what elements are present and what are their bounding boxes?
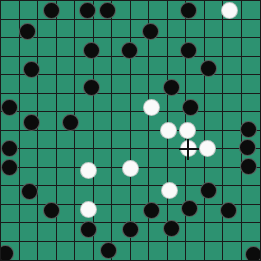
- black-stone: [240, 121, 257, 138]
- black-stone: [200, 182, 217, 199]
- black-stone: [163, 220, 180, 237]
- black-stone: [220, 202, 237, 219]
- black-stone: [1, 140, 18, 157]
- black-stone: [0, 245, 14, 261]
- black-stone: [83, 79, 100, 96]
- black-stone: [182, 99, 199, 116]
- black-stone: [122, 221, 139, 238]
- black-stone: [239, 139, 256, 156]
- white-stone: [122, 160, 139, 177]
- white-stone: [160, 122, 177, 139]
- black-stone: [143, 202, 160, 219]
- white-stone: [179, 122, 196, 139]
- black-stone: [1, 99, 18, 116]
- black-stone: [43, 2, 60, 19]
- white-stone: [161, 182, 178, 199]
- black-stone: [19, 23, 36, 40]
- white-stone-last-move: [180, 140, 197, 157]
- black-stone: [163, 79, 180, 96]
- black-stone: [79, 2, 96, 19]
- white-stone: [199, 140, 216, 157]
- black-stone: [1, 159, 18, 176]
- black-stone: [80, 221, 97, 238]
- black-stone: [121, 42, 138, 59]
- white-stone: [80, 201, 97, 218]
- stones-layer: [1, 1, 260, 260]
- game-board[interactable]: [0, 0, 261, 261]
- last-move-cross-icon: [179, 148, 200, 150]
- black-stone: [21, 183, 38, 200]
- black-stone: [23, 114, 40, 131]
- black-stone: [180, 42, 197, 59]
- white-stone: [143, 99, 160, 116]
- last-move-cross-icon: [187, 139, 189, 160]
- black-stone: [181, 200, 198, 217]
- black-stone: [99, 2, 116, 19]
- black-stone: [100, 242, 117, 259]
- black-stone: [142, 23, 159, 40]
- black-stone: [23, 61, 40, 78]
- black-stone: [83, 42, 100, 59]
- black-stone: [200, 60, 217, 77]
- black-stone: [43, 202, 60, 219]
- black-stone: [180, 2, 197, 19]
- black-stone: [245, 246, 261, 261]
- white-stone: [221, 2, 238, 19]
- white-stone: [80, 162, 97, 179]
- black-stone: [62, 114, 79, 131]
- black-stone: [240, 158, 257, 175]
